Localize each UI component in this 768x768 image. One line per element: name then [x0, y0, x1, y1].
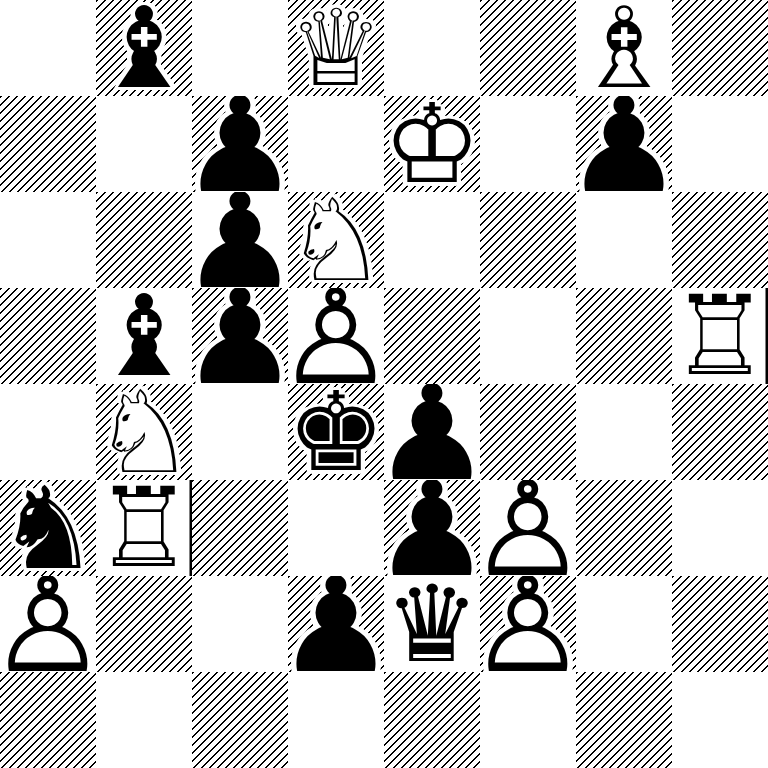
black-pawn-glyph: ♟ — [576, 96, 672, 192]
square-h3[interactable] — [672, 480, 768, 576]
square-h7[interactable] — [672, 96, 768, 192]
square-g1[interactable] — [576, 672, 672, 768]
black-pawn-glyph: ♟ — [192, 192, 288, 288]
square-g4[interactable] — [576, 384, 672, 480]
square-h4[interactable] — [672, 384, 768, 480]
white-pawn-outline-glyph: ♙ — [288, 288, 384, 384]
square-d7[interactable] — [288, 96, 384, 192]
black-bishop-glyph: ♝ — [96, 0, 192, 96]
square-g5[interactable] — [576, 288, 672, 384]
square-c6[interactable]: ♟ — [192, 192, 288, 288]
square-c2[interactable] — [192, 576, 288, 672]
piece-black-knight: ♞ — [0, 480, 96, 576]
square-b5[interactable]: ♝ — [96, 288, 192, 384]
piece-black-king: ♚ — [288, 384, 384, 480]
square-c3[interactable] — [192, 480, 288, 576]
square-f1[interactable] — [480, 672, 576, 768]
square-c1[interactable] — [192, 672, 288, 768]
square-b3[interactable]: ♜♖ — [96, 480, 192, 576]
piece-black-pawn: ♟ — [384, 480, 480, 576]
piece-white-pawn: ♟♙ — [480, 576, 576, 672]
square-e3[interactable]: ♟ — [384, 480, 480, 576]
square-b4[interactable]: ♞♘ — [96, 384, 192, 480]
square-a3[interactable]: ♞ — [0, 480, 96, 576]
black-pawn-glyph: ♟ — [192, 288, 288, 384]
black-pawn-glyph: ♟ — [384, 384, 480, 480]
square-h2[interactable] — [672, 576, 768, 672]
square-f8[interactable] — [480, 0, 576, 96]
square-c8[interactable] — [192, 0, 288, 96]
piece-white-rook: ♜♖ — [672, 288, 768, 384]
square-a5[interactable] — [0, 288, 96, 384]
square-f7[interactable] — [480, 96, 576, 192]
piece-black-bishop: ♝ — [96, 288, 192, 384]
square-b2[interactable] — [96, 576, 192, 672]
piece-black-pawn: ♟ — [288, 576, 384, 672]
square-d2[interactable]: ♟ — [288, 576, 384, 672]
black-pawn-glyph: ♟ — [384, 480, 480, 576]
square-a8[interactable] — [0, 0, 96, 96]
piece-white-rook: ♜♖ — [96, 480, 192, 576]
square-h5[interactable]: ♜♖ — [672, 288, 768, 384]
square-f5[interactable] — [480, 288, 576, 384]
piece-white-pawn: ♟♙ — [0, 576, 96, 672]
square-a1[interactable] — [0, 672, 96, 768]
piece-black-pawn: ♟ — [384, 384, 480, 480]
piece-white-queen: ♛♕ — [288, 0, 384, 96]
black-knight-glyph: ♞ — [0, 480, 96, 576]
piece-black-pawn: ♟ — [192, 192, 288, 288]
square-c7[interactable]: ♟ — [192, 96, 288, 192]
square-e1[interactable] — [384, 672, 480, 768]
black-pawn-glyph: ♟ — [288, 576, 384, 672]
piece-black-queen: ♛ — [384, 576, 480, 672]
square-e4[interactable]: ♟ — [384, 384, 480, 480]
square-g2[interactable] — [576, 576, 672, 672]
square-g6[interactable] — [576, 192, 672, 288]
square-e5[interactable] — [384, 288, 480, 384]
white-knight-outline-glyph: ♘ — [96, 384, 192, 480]
square-e8[interactable] — [384, 0, 480, 96]
square-h1[interactable] — [672, 672, 768, 768]
square-f3[interactable]: ♟♙ — [480, 480, 576, 576]
square-e7[interactable]: ♚♔ — [384, 96, 480, 192]
square-c4[interactable] — [192, 384, 288, 480]
square-f6[interactable] — [480, 192, 576, 288]
piece-black-pawn: ♟ — [192, 96, 288, 192]
black-king-glyph: ♚ — [288, 384, 384, 480]
black-queen-glyph: ♛ — [384, 576, 480, 672]
piece-black-bishop: ♝ — [96, 0, 192, 96]
piece-white-knight: ♞♘ — [96, 384, 192, 480]
square-g3[interactable] — [576, 480, 672, 576]
square-e6[interactable] — [384, 192, 480, 288]
square-e2[interactable]: ♛ — [384, 576, 480, 672]
square-a6[interactable] — [0, 192, 96, 288]
square-b6[interactable] — [96, 192, 192, 288]
piece-white-bishop: ♝♗ — [576, 0, 672, 96]
piece-black-pawn: ♟ — [192, 288, 288, 384]
square-a4[interactable] — [0, 384, 96, 480]
square-b8[interactable]: ♝ — [96, 0, 192, 96]
square-g8[interactable]: ♝♗ — [576, 0, 672, 96]
white-pawn-outline-glyph: ♙ — [0, 576, 96, 672]
white-rook-outline-glyph: ♖ — [672, 288, 768, 384]
piece-black-pawn: ♟ — [576, 96, 672, 192]
piece-white-pawn: ♟♙ — [480, 480, 576, 576]
square-b1[interactable] — [96, 672, 192, 768]
white-bishop-outline-glyph: ♗ — [576, 0, 672, 96]
square-c5[interactable]: ♟ — [192, 288, 288, 384]
white-king-outline-glyph: ♔ — [384, 96, 480, 192]
piece-white-pawn: ♟♙ — [288, 288, 384, 384]
square-d8[interactable]: ♛♕ — [288, 0, 384, 96]
black-pawn-glyph: ♟ — [192, 96, 288, 192]
white-knight-outline-glyph: ♘ — [288, 192, 384, 288]
square-d3[interactable] — [288, 480, 384, 576]
white-pawn-outline-glyph: ♙ — [480, 480, 576, 576]
chess-board: ♝♛♕♝♗♟♚♔♟♟♞♘♝♟♟♙♜♖♞♘♚♟♞♜♖♟♟♙♟♙♟♛♟♙ — [0, 0, 768, 768]
square-f4[interactable] — [480, 384, 576, 480]
square-h6[interactable] — [672, 192, 768, 288]
white-pawn-outline-glyph: ♙ — [480, 576, 576, 672]
square-f2[interactable]: ♟♙ — [480, 576, 576, 672]
piece-white-king: ♚♔ — [384, 96, 480, 192]
square-d1[interactable] — [288, 672, 384, 768]
square-a2[interactable]: ♟♙ — [0, 576, 96, 672]
white-queen-outline-glyph: ♕ — [288, 0, 384, 96]
white-rook-outline-glyph: ♖ — [96, 480, 192, 576]
square-d5[interactable]: ♟♙ — [288, 288, 384, 384]
square-d6[interactable]: ♞♘ — [288, 192, 384, 288]
square-h8[interactable] — [672, 0, 768, 96]
square-d4[interactable]: ♚ — [288, 384, 384, 480]
square-a7[interactable] — [0, 96, 96, 192]
black-bishop-glyph: ♝ — [96, 288, 192, 384]
square-g7[interactable]: ♟ — [576, 96, 672, 192]
piece-white-knight: ♞♘ — [288, 192, 384, 288]
square-b7[interactable] — [96, 96, 192, 192]
